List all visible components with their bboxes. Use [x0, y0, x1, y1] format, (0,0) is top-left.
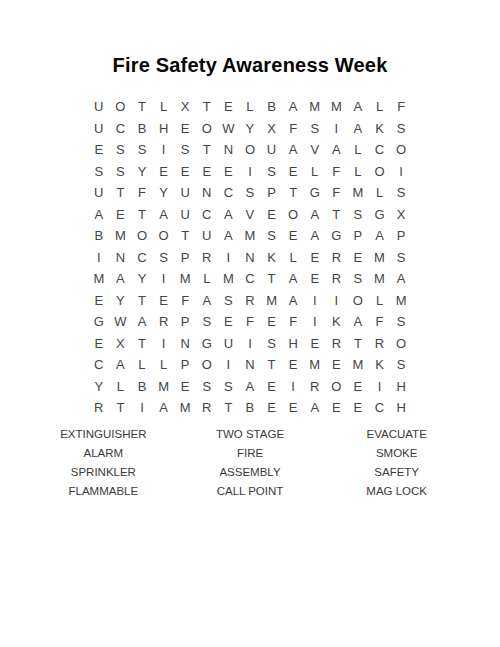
grid-cell-r8c13[interactable]: E — [347, 247, 369, 269]
grid-cell-r3c12[interactable]: A — [326, 139, 348, 161]
grid-cell-r8c5[interactable]: P — [174, 247, 196, 269]
grid-cell-r7c5[interactable]: T — [174, 225, 196, 247]
grid-cell-r6c7[interactable]: A — [218, 204, 240, 226]
grid-cell-r14c3[interactable]: B — [131, 376, 153, 398]
grid-cell-r10c15[interactable]: M — [390, 290, 412, 312]
grid-cell-r1c7[interactable]: E — [218, 96, 240, 118]
grid-cell-r2c7[interactable]: W — [218, 118, 240, 140]
grid-cell-r4c12[interactable]: F — [326, 161, 348, 183]
grid-cell-r8c3[interactable]: C — [131, 247, 153, 269]
grid-cell-r13c5[interactable]: P — [174, 354, 196, 376]
grid-cell-r4c13[interactable]: L — [347, 161, 369, 183]
grid-cell-r6c5[interactable]: U — [174, 204, 196, 226]
grid-cell-r6c12[interactable]: T — [326, 204, 348, 226]
grid-cell-r13c7[interactable]: I — [218, 354, 240, 376]
grid-cell-r10c7[interactable]: S — [218, 290, 240, 312]
grid-cell-r12c13[interactable]: T — [347, 333, 369, 355]
grid-cell-r3c15[interactable]: O — [390, 139, 412, 161]
grid-cell-r10c8[interactable]: R — [239, 290, 261, 312]
grid-cell-r9c1[interactable]: M — [88, 268, 110, 290]
grid-cell-r5c6[interactable]: N — [196, 182, 218, 204]
grid-cell-r4c5[interactable]: E — [174, 161, 196, 183]
grid-cell-r13c13[interactable]: M — [347, 354, 369, 376]
grid-cell-r1c2[interactable]: O — [110, 96, 132, 118]
grid-cell-r12c10[interactable]: H — [282, 333, 304, 355]
grid-cell-r13c2[interactable]: A — [110, 354, 132, 376]
grid-cell-r9c14[interactable]: M — [369, 268, 391, 290]
grid-cell-r9c5[interactable]: M — [174, 268, 196, 290]
grid-cell-r4c1[interactable]: S — [88, 161, 110, 183]
grid-cell-r1c11[interactable]: M — [304, 96, 326, 118]
grid-cell-r14c1[interactable]: Y — [88, 376, 110, 398]
grid-cell-r6c13[interactable]: S — [347, 204, 369, 226]
grid-cell-r10c10[interactable]: A — [282, 290, 304, 312]
word-item: TWO STAGE — [177, 425, 324, 444]
grid-cell-r15c11[interactable]: A — [304, 397, 326, 419]
grid-cell-r7c14[interactable]: A — [369, 225, 391, 247]
grid-cell-r1c6[interactable]: T — [196, 96, 218, 118]
grid-cell-r14c13[interactable]: E — [347, 376, 369, 398]
word-item: SPRINKLER — [30, 463, 177, 482]
grid-cell-r4c7[interactable]: E — [218, 161, 240, 183]
word-search-grid: UOTLXTELBAMMALFUCBHEOWYXFSIAKSESSISTNOUA… — [88, 96, 412, 419]
grid-cell-r4c15[interactable]: I — [390, 161, 412, 183]
grid-cell-r13c14[interactable]: K — [369, 354, 391, 376]
grid-cell-r10c4[interactable]: E — [153, 290, 175, 312]
grid-cell-r2c13[interactable]: A — [347, 118, 369, 140]
grid-cell-r14c4[interactable]: M — [153, 376, 175, 398]
grid-cell-r5c12[interactable]: F — [326, 182, 348, 204]
grid-cell-r3c13[interactable]: L — [347, 139, 369, 161]
grid-cell-r11c14[interactable]: F — [369, 311, 391, 333]
grid-cell-r9c12[interactable]: R — [326, 268, 348, 290]
grid-cell-r5c3[interactable]: F — [131, 182, 153, 204]
grid-cell-r14c9[interactable]: E — [261, 376, 283, 398]
word-item: FLAMMABLE — [30, 482, 177, 501]
grid-cell-r7c13[interactable]: P — [347, 225, 369, 247]
grid-cell-r5c1[interactable]: U — [88, 182, 110, 204]
grid-cell-r3c9[interactable]: U — [261, 139, 283, 161]
grid-cell-r6c14[interactable]: G — [369, 204, 391, 226]
grid-cell-r15c9[interactable]: E — [261, 397, 283, 419]
grid-cell-r1c10[interactable]: A — [282, 96, 304, 118]
grid-cell-r11c6[interactable]: S — [196, 311, 218, 333]
grid-cell-r3c2[interactable]: S — [110, 139, 132, 161]
grid-cell-r13c9[interactable]: T — [261, 354, 283, 376]
grid-cell-r2c10[interactable]: F — [282, 118, 304, 140]
grid-cell-r7c15[interactable]: P — [390, 225, 412, 247]
grid-cell-r15c4[interactable]: A — [153, 397, 175, 419]
grid-cell-r14c10[interactable]: I — [282, 376, 304, 398]
word-list: EXTINGUISHERALARMSPRINKLERFLAMMABLE TWO … — [30, 425, 470, 501]
grid-cell-r3c3[interactable]: S — [131, 139, 153, 161]
grid-cell-r2c5[interactable]: E — [174, 118, 196, 140]
grid-cell-r9c3[interactable]: Y — [131, 268, 153, 290]
grid-cell-r8c10[interactable]: L — [282, 247, 304, 269]
grid-cell-r12c15[interactable]: O — [390, 333, 412, 355]
grid-cell-r6c1[interactable]: A — [88, 204, 110, 226]
grid-cell-r12c6[interactable]: G — [196, 333, 218, 355]
grid-cell-r1c5[interactable]: X — [174, 96, 196, 118]
grid-cell-r10c3[interactable]: T — [131, 290, 153, 312]
grid-cell-r10c1[interactable]: E — [88, 290, 110, 312]
grid-cell-r4c8[interactable]: I — [239, 161, 261, 183]
grid-cell-r15c1[interactable]: R — [88, 397, 110, 419]
grid-cell-r5c15[interactable]: S — [390, 182, 412, 204]
grid-cell-r2c6[interactable]: O — [196, 118, 218, 140]
grid-cell-r5c8[interactable]: S — [239, 182, 261, 204]
grid-cell-r6c6[interactable]: C — [196, 204, 218, 226]
grid-cell-r3c11[interactable]: V — [304, 139, 326, 161]
grid-cell-r13c11[interactable]: M — [304, 354, 326, 376]
grid-cell-r14c12[interactable]: O — [326, 376, 348, 398]
grid-cell-r15c3[interactable]: I — [131, 397, 153, 419]
grid-cell-r15c8[interactable]: B — [239, 397, 261, 419]
grid-cell-r8c11[interactable]: E — [304, 247, 326, 269]
grid-cell-r9c9[interactable]: T — [261, 268, 283, 290]
grid-cell-r6c10[interactable]: O — [282, 204, 304, 226]
word-item: ASSEMBLY — [177, 463, 324, 482]
grid-cell-r15c13[interactable]: E — [347, 397, 369, 419]
word-list-column-3: EVACUATESMOKESAFETYMAG LOCK — [323, 425, 470, 501]
grid-cell-r11c5[interactable]: P — [174, 311, 196, 333]
grid-cell-r10c12[interactable]: I — [326, 290, 348, 312]
grid-cell-r9c13[interactable]: S — [347, 268, 369, 290]
grid-cell-r14c11[interactable]: R — [304, 376, 326, 398]
grid-cell-r1c15[interactable]: F — [390, 96, 412, 118]
grid-cell-r2c11[interactable]: S — [304, 118, 326, 140]
grid-cell-r8c14[interactable]: M — [369, 247, 391, 269]
grid-cell-r2c14[interactable]: K — [369, 118, 391, 140]
grid-cell-r12c5[interactable]: N — [174, 333, 196, 355]
grid-cell-r1c4[interactable]: L — [153, 96, 175, 118]
puzzle-title: Fire Safety Awareness Week — [0, 0, 500, 77]
grid-cell-r2c1[interactable]: U — [88, 118, 110, 140]
grid-cell-r9c11[interactable]: E — [304, 268, 326, 290]
grid-cell-r12c11[interactable]: E — [304, 333, 326, 355]
grid-cell-r12c7[interactable]: U — [218, 333, 240, 355]
grid-cell-r5c13[interactable]: M — [347, 182, 369, 204]
grid-cell-r2c8[interactable]: Y — [239, 118, 261, 140]
grid-cell-r3c10[interactable]: A — [282, 139, 304, 161]
grid-cell-r7c4[interactable]: O — [153, 225, 175, 247]
puzzle-page: Fire Safety Awareness Week UOTLXTELBAMMA… — [0, 0, 500, 647]
grid-cell-r11c10[interactable]: F — [282, 311, 304, 333]
grid-cell-r6c4[interactable]: A — [153, 204, 175, 226]
word-item: EXTINGUISHER — [30, 425, 177, 444]
grid-cell-r9c4[interactable]: I — [153, 268, 175, 290]
grid-cell-r2c15[interactable]: S — [390, 118, 412, 140]
grid-cell-r4c6[interactable]: E — [196, 161, 218, 183]
grid-cell-r6c11[interactable]: A — [304, 204, 326, 226]
grid-cell-r4c3[interactable]: Y — [131, 161, 153, 183]
grid-cell-r13c10[interactable]: E — [282, 354, 304, 376]
grid-cell-r2c3[interactable]: B — [131, 118, 153, 140]
grid-cell-r7c10[interactable]: E — [282, 225, 304, 247]
grid-cell-r12c14[interactable]: R — [369, 333, 391, 355]
grid-cell-r1c3[interactable]: T — [131, 96, 153, 118]
grid-cell-r11c15[interactable]: S — [390, 311, 412, 333]
grid-cell-r12c9[interactable]: S — [261, 333, 283, 355]
grid-cell-r10c6[interactable]: A — [196, 290, 218, 312]
grid-cell-r14c8[interactable]: A — [239, 376, 261, 398]
word-list-column-1: EXTINGUISHERALARMSPRINKLERFLAMMABLE — [30, 425, 177, 501]
word-item: MAG LOCK — [323, 482, 470, 501]
grid-cell-r15c5[interactable]: M — [174, 397, 196, 419]
grid-cell-r11c1[interactable]: G — [88, 311, 110, 333]
grid-cell-r4c11[interactable]: L — [304, 161, 326, 183]
grid-cell-r8c6[interactable]: R — [196, 247, 218, 269]
grid-cell-r15c6[interactable]: R — [196, 397, 218, 419]
grid-cell-r10c9[interactable]: M — [261, 290, 283, 312]
grid-cell-r4c10[interactable]: E — [282, 161, 304, 183]
grid-cell-r12c3[interactable]: T — [131, 333, 153, 355]
grid-cell-r11c11[interactable]: I — [304, 311, 326, 333]
grid-cell-r10c5[interactable]: F — [174, 290, 196, 312]
grid-cell-r11c12[interactable]: K — [326, 311, 348, 333]
grid-cell-r7c12[interactable]: G — [326, 225, 348, 247]
grid-cell-r8c9[interactable]: K — [261, 247, 283, 269]
grid-cell-r6c15[interactable]: X — [390, 204, 412, 226]
word-item: EVACUATE — [323, 425, 470, 444]
grid-cell-r3c7[interactable]: N — [218, 139, 240, 161]
grid-cell-r8c8[interactable]: N — [239, 247, 261, 269]
grid-cell-r9c8[interactable]: C — [239, 268, 261, 290]
grid-cell-r15c12[interactable]: E — [326, 397, 348, 419]
grid-cell-r1c14[interactable]: L — [369, 96, 391, 118]
grid-cell-r3c8[interactable]: O — [239, 139, 261, 161]
grid-cell-r8c7[interactable]: I — [218, 247, 240, 269]
grid-cell-r5c7[interactable]: C — [218, 182, 240, 204]
grid-cell-r5c5[interactable]: U — [174, 182, 196, 204]
grid-cell-r9c15[interactable]: A — [390, 268, 412, 290]
grid-cell-r7c9[interactable]: S — [261, 225, 283, 247]
grid-cell-r4c4[interactable]: E — [153, 161, 175, 183]
grid-cell-r13c6[interactable]: O — [196, 354, 218, 376]
grid-cell-r13c15[interactable]: S — [390, 354, 412, 376]
grid-cell-r15c2[interactable]: T — [110, 397, 132, 419]
grid-cell-r15c14[interactable]: C — [369, 397, 391, 419]
grid-cell-r4c9[interactable]: S — [261, 161, 283, 183]
grid-cell-r7c8[interactable]: M — [239, 225, 261, 247]
grid-cell-r8c12[interactable]: R — [326, 247, 348, 269]
grid-cell-r3c4[interactable]: I — [153, 139, 175, 161]
grid-cell-r14c2[interactable]: L — [110, 376, 132, 398]
grid-cell-r12c2[interactable]: X — [110, 333, 132, 355]
grid-cell-r10c14[interactable]: L — [369, 290, 391, 312]
grid-cell-r5c14[interactable]: L — [369, 182, 391, 204]
grid-cell-r5c9[interactable]: P — [261, 182, 283, 204]
grid-cell-r7c2[interactable]: M — [110, 225, 132, 247]
grid-cell-r3c1[interactable]: E — [88, 139, 110, 161]
grid-cell-r14c14[interactable]: I — [369, 376, 391, 398]
grid-cell-r13c8[interactable]: N — [239, 354, 261, 376]
grid-cell-r9c2[interactable]: A — [110, 268, 132, 290]
grid-cell-r12c4[interactable]: I — [153, 333, 175, 355]
grid-cell-r7c7[interactable]: A — [218, 225, 240, 247]
grid-cell-r13c3[interactable]: L — [131, 354, 153, 376]
grid-cell-r12c12[interactable]: R — [326, 333, 348, 355]
word-list-column-2: TWO STAGEFIREASSEMBLYCALL POINT — [177, 425, 324, 501]
grid-cell-r7c1[interactable]: B — [88, 225, 110, 247]
grid-cell-r6c3[interactable]: T — [131, 204, 153, 226]
grid-cell-r3c14[interactable]: C — [369, 139, 391, 161]
grid-cell-r7c3[interactable]: O — [131, 225, 153, 247]
grid-cell-r7c6[interactable]: U — [196, 225, 218, 247]
grid-cell-r9c10[interactable]: A — [282, 268, 304, 290]
word-item: SMOKE — [323, 444, 470, 463]
grid-cell-r15c10[interactable]: E — [282, 397, 304, 419]
grid-cell-r1c12[interactable]: M — [326, 96, 348, 118]
grid-cell-r11c2[interactable]: W — [110, 311, 132, 333]
word-item: ALARM — [30, 444, 177, 463]
grid-cell-r2c12[interactable]: I — [326, 118, 348, 140]
grid-cell-r2c9[interactable]: X — [261, 118, 283, 140]
grid-cell-r2c2[interactable]: C — [110, 118, 132, 140]
grid-cell-r8c1[interactable]: I — [88, 247, 110, 269]
grid-cell-r6c8[interactable]: V — [239, 204, 261, 226]
grid-cell-r1c9[interactable]: B — [261, 96, 283, 118]
grid-cell-r10c13[interactable]: O — [347, 290, 369, 312]
grid-cell-r2c4[interactable]: H — [153, 118, 175, 140]
grid-cell-r9c7[interactable]: M — [218, 268, 240, 290]
grid-cell-r8c4[interactable]: S — [153, 247, 175, 269]
grid-cell-r10c2[interactable]: Y — [110, 290, 132, 312]
grid-cell-r6c9[interactable]: E — [261, 204, 283, 226]
grid-cell-r6c2[interactable]: E — [110, 204, 132, 226]
grid-cell-r4c14[interactable]: O — [369, 161, 391, 183]
grid-cell-r5c11[interactable]: G — [304, 182, 326, 204]
grid-cell-r5c4[interactable]: Y — [153, 182, 175, 204]
word-item: SAFETY — [323, 463, 470, 482]
grid-cell-r1c1[interactable]: U — [88, 96, 110, 118]
grid-cell-r14c6[interactable]: S — [196, 376, 218, 398]
grid-cell-r13c1[interactable]: C — [88, 354, 110, 376]
grid-cell-r11c4[interactable]: R — [153, 311, 175, 333]
grid-cell-r11c8[interactable]: F — [239, 311, 261, 333]
grid-cell-r11c9[interactable]: E — [261, 311, 283, 333]
grid-cell-r5c2[interactable]: T — [110, 182, 132, 204]
grid-cell-r10c11[interactable]: I — [304, 290, 326, 312]
grid-cell-r12c1[interactable]: E — [88, 333, 110, 355]
grid-cell-r14c5[interactable]: E — [174, 376, 196, 398]
grid-cell-r1c13[interactable]: A — [347, 96, 369, 118]
grid-cell-r13c4[interactable]: L — [153, 354, 175, 376]
grid-cell-r8c2[interactable]: N — [110, 247, 132, 269]
grid-cell-r1c8[interactable]: L — [239, 96, 261, 118]
word-item: FIRE — [177, 444, 324, 463]
grid-cell-r15c15[interactable]: H — [390, 397, 412, 419]
grid-cell-r12c8[interactable]: I — [239, 333, 261, 355]
grid-cell-r7c11[interactable]: A — [304, 225, 326, 247]
grid-cell-r15c7[interactable]: T — [218, 397, 240, 419]
word-item: CALL POINT — [177, 482, 324, 501]
grid-cell-r9c6[interactable]: L — [196, 268, 218, 290]
grid-cell-r11c3[interactable]: A — [131, 311, 153, 333]
grid-cell-r13c12[interactable]: E — [326, 354, 348, 376]
grid-cell-r3c5[interactable]: S — [174, 139, 196, 161]
grid-cell-r11c13[interactable]: A — [347, 311, 369, 333]
grid-cell-r11c7[interactable]: E — [218, 311, 240, 333]
grid-cell-r8c15[interactable]: S — [390, 247, 412, 269]
grid-cell-r4c2[interactable]: S — [110, 161, 132, 183]
grid-cell-r14c15[interactable]: H — [390, 376, 412, 398]
grid-cell-r5c10[interactable]: T — [282, 182, 304, 204]
grid-cell-r14c7[interactable]: S — [218, 376, 240, 398]
grid-cell-r3c6[interactable]: T — [196, 139, 218, 161]
